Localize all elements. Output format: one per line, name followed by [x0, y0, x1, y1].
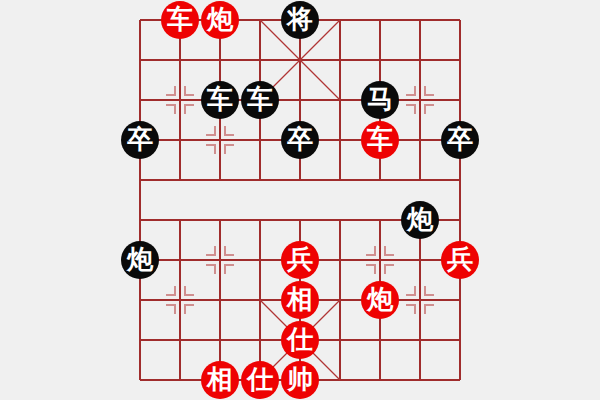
black-cannon[interactable]: 炮: [400, 200, 440, 240]
black-soldier[interactable]: 卒: [120, 120, 160, 160]
black-chariot[interactable]: 车: [240, 80, 280, 120]
red-cannon-glyph: 炮: [361, 281, 399, 319]
red-elephant[interactable]: 相: [200, 360, 240, 400]
red-general[interactable]: 帅: [280, 360, 320, 400]
red-chariot[interactable]: 车: [360, 120, 400, 160]
black-horse[interactable]: 马: [360, 80, 400, 120]
black-soldier[interactable]: 卒: [440, 120, 480, 160]
red-soldier-glyph: 兵: [281, 241, 319, 279]
xiangqi-board[interactable]: 车炮将车车马卒卒车卒炮炮兵兵相炮仕相仕帅: [0, 0, 600, 400]
black-horse-glyph: 马: [361, 81, 399, 119]
red-advisor[interactable]: 仕: [240, 360, 280, 400]
red-soldier[interactable]: 兵: [280, 240, 320, 280]
red-advisor-glyph: 仕: [241, 361, 279, 399]
black-cannon-glyph: 炮: [401, 201, 439, 239]
black-soldier-glyph: 卒: [121, 121, 159, 159]
black-general[interactable]: 将: [280, 0, 320, 40]
black-cannon[interactable]: 炮: [120, 240, 160, 280]
red-general-glyph: 帅: [281, 361, 319, 399]
red-advisor-glyph: 仕: [281, 321, 319, 359]
red-chariot-glyph: 车: [161, 1, 199, 39]
red-soldier[interactable]: 兵: [440, 240, 480, 280]
black-chariot-glyph: 车: [241, 81, 279, 119]
black-soldier[interactable]: 卒: [280, 120, 320, 160]
black-soldier-glyph: 卒: [281, 121, 319, 159]
black-chariot-glyph: 车: [201, 81, 239, 119]
pieces-layer: 车炮将车车马卒卒车卒炮炮兵兵相炮仕相仕帅: [120, 0, 480, 400]
red-advisor[interactable]: 仕: [280, 320, 320, 360]
red-elephant-glyph: 相: [281, 281, 319, 319]
black-soldier-glyph: 卒: [441, 121, 479, 159]
red-elephant[interactable]: 相: [280, 280, 320, 320]
red-chariot[interactable]: 车: [160, 0, 200, 40]
red-cannon-glyph: 炮: [201, 1, 239, 39]
red-chariot-glyph: 车: [361, 121, 399, 159]
red-soldier-glyph: 兵: [441, 241, 479, 279]
black-chariot[interactable]: 车: [200, 80, 240, 120]
black-general-glyph: 将: [281, 1, 319, 39]
red-elephant-glyph: 相: [201, 361, 239, 399]
black-cannon-glyph: 炮: [121, 241, 159, 279]
red-cannon[interactable]: 炮: [360, 280, 400, 320]
red-cannon[interactable]: 炮: [200, 0, 240, 40]
